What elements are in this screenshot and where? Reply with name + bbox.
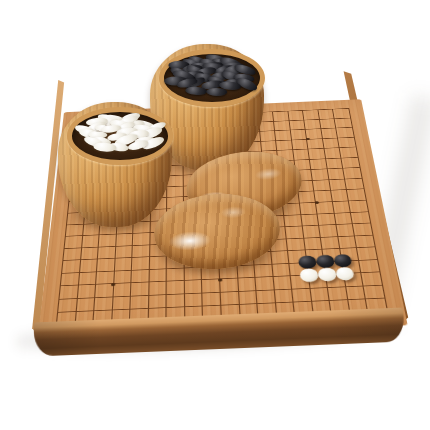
white-stone[interactable] [300,268,319,282]
white-stone[interactable] [335,267,355,281]
grid-cell[interactable] [185,293,203,307]
grid-cell[interactable] [167,281,185,295]
grid-cell[interactable] [355,235,374,248]
grid-cell[interactable] [351,212,370,224]
grid-cell[interactable] [313,180,331,192]
grid-cell[interactable] [286,226,304,239]
grid-cell[interactable] [132,270,150,284]
black-stone[interactable] [298,256,317,269]
grid-cell[interactable] [347,189,365,201]
grid-cell[interactable] [78,272,97,286]
grid-cell[interactable] [335,213,354,225]
grid-cell[interactable] [318,213,337,225]
black-bowl-stones [164,48,260,102]
white-bowl-stones [72,106,168,159]
grid-cell[interactable] [344,168,362,179]
grid-cell[interactable] [349,200,368,212]
grid-cell[interactable] [238,278,257,292]
grid-cell[interactable] [62,260,81,273]
grid-cell[interactable] [94,297,113,311]
grid-cell[interactable] [221,292,240,306]
grid-cell[interactable] [310,159,327,170]
grid-cell[interactable] [131,296,149,310]
grid-cell[interactable] [353,223,372,236]
star-point [306,138,310,141]
grid-cell[interactable] [115,246,133,259]
grid-cell[interactable] [304,238,323,251]
grid-cell[interactable] [273,276,292,290]
grid-cell[interactable] [298,192,316,204]
grid-cell[interactable] [312,169,330,180]
white-stone-bowl [58,102,172,227]
grid-cell[interactable] [340,147,358,158]
grid-cell[interactable] [239,291,258,305]
grid-cell[interactable] [97,259,115,272]
grid-cell[interactable] [293,149,310,160]
grid-cell[interactable] [133,245,151,258]
grid-cell[interactable] [65,236,83,249]
grid-cell[interactable] [95,284,114,298]
grid-cell[interactable] [149,282,167,296]
grid-cell[interactable] [346,286,366,300]
grid-cell[interactable] [357,247,377,260]
white-bowl-opening [67,107,173,165]
grid-cell[interactable] [324,148,341,159]
grid-cell[interactable] [98,246,116,259]
grid-cell[interactable] [76,298,95,312]
grid-cell[interactable] [82,235,100,248]
grid-cell[interactable] [116,234,134,247]
grid-cell[interactable] [331,190,349,202]
grid-cell[interactable] [364,286,384,300]
black-stone[interactable] [316,255,335,268]
grid-cell[interactable] [316,202,334,214]
grid-cell[interactable] [319,225,338,238]
grid-cell[interactable] [77,285,96,299]
grid-cell[interactable] [292,289,312,303]
black-bowl-opening [159,49,265,107]
black-stone[interactable] [333,254,353,267]
grid-cell[interactable] [113,283,131,297]
grid-cell[interactable] [63,248,81,261]
grid-cell[interactable] [328,169,346,180]
go-set-photo[interactable] [0,0,430,430]
grid-cell[interactable] [336,224,355,237]
grid-cell[interactable] [257,290,276,304]
grid-cell[interactable] [80,259,98,272]
grid-cell[interactable] [274,289,293,303]
grid-cell[interactable] [345,179,363,191]
grid-cell[interactable] [338,236,357,249]
grid-cell[interactable] [81,247,99,260]
grid-cell[interactable] [326,158,344,169]
grid-cell[interactable] [149,295,167,309]
grid-cell[interactable] [149,269,167,283]
grid-cell[interactable] [303,226,322,239]
grid-cell[interactable] [309,149,326,160]
black-bowl-stone [185,86,207,96]
grid-cell[interactable] [59,286,78,300]
grid-cell[interactable] [133,233,150,246]
grid-cell[interactable] [342,158,360,169]
grid-cell[interactable] [256,277,275,291]
grid-cell[interactable] [58,299,77,313]
grid-cell[interactable] [61,273,80,287]
grid-cell[interactable] [328,287,348,301]
grid-cell[interactable] [167,294,185,308]
grid-cell[interactable] [132,257,150,270]
grid-cell[interactable] [115,258,133,271]
grid-cell[interactable] [167,186,183,198]
grid-cell[interactable] [99,234,117,247]
grid-cell[interactable] [167,176,183,187]
grid-cell[interactable] [185,280,203,294]
grid-cell[interactable] [310,288,330,302]
grid-cell[interactable] [301,214,319,226]
grid-cell[interactable] [131,283,149,297]
grid-cell[interactable] [362,273,382,287]
grid-cell[interactable] [333,201,352,213]
grid-cell[interactable] [112,296,131,310]
grid-cell[interactable] [360,260,380,273]
grid-cell[interactable] [220,279,238,293]
grid-cell[interactable] [114,270,132,284]
black-bowl-stone [206,88,228,97]
grid-cell[interactable] [287,238,306,251]
grid-cell[interactable] [203,293,221,307]
white-stone[interactable] [317,267,337,281]
grid-cell[interactable] [202,279,220,293]
grid-cell[interactable] [329,179,347,191]
star-point [315,201,319,204]
grid-cell[interactable] [321,237,340,250]
